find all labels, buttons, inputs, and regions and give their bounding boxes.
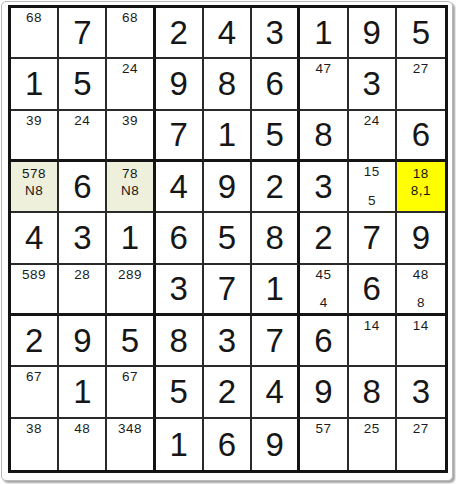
cell-value: 1 xyxy=(59,367,105,416)
cell-value: 6 xyxy=(252,59,297,108)
cell-value: 7 xyxy=(156,111,202,159)
cell-r9c9[interactable]: 27 xyxy=(397,419,445,470)
cell-r8c3[interactable]: 67 xyxy=(107,367,155,418)
pencil-mark-lines: 578 N8 xyxy=(11,165,57,199)
cell-r1c4[interactable]: 2 xyxy=(156,8,204,59)
pencil-mark-top: 24 xyxy=(349,113,395,128)
cell-r4c7[interactable]: 3 xyxy=(300,162,348,213)
cell-value: 6 xyxy=(204,419,250,470)
cell-value: 4 xyxy=(204,8,250,57)
cell-value: 1 xyxy=(204,111,250,159)
pencil-mark-top: 68 xyxy=(107,10,152,25)
cell-r6c6[interactable]: 1 xyxy=(252,265,300,316)
pencil-mark-top: 39 xyxy=(107,113,152,128)
cell-r7c7[interactable]: 6 xyxy=(300,316,348,367)
cell-r8c1[interactable]: 67 xyxy=(11,367,59,418)
cell-value: 1 xyxy=(107,213,152,262)
cell-r5c4[interactable]: 6 xyxy=(156,213,204,264)
cell-r6c3[interactable]: 289 xyxy=(107,265,155,316)
pencil-mark-lines: 78 N8 xyxy=(107,165,152,199)
cell-r7c6[interactable]: 7 xyxy=(252,316,300,367)
cell-r6c5[interactable]: 7 xyxy=(204,265,252,316)
cell-r5c6[interactable]: 8 xyxy=(252,213,300,264)
cell-value: 3 xyxy=(349,59,395,108)
pencil-mark-top: 48 xyxy=(397,267,445,282)
cell-r8c7[interactable]: 9 xyxy=(300,367,348,418)
cell-value: 3 xyxy=(252,8,297,57)
cell-value: 5 xyxy=(107,316,152,365)
cell-value: 2 xyxy=(300,213,346,262)
cell-value: 3 xyxy=(59,213,105,262)
cell-r5c7[interactable]: 2 xyxy=(300,213,348,264)
cell-value: 8 xyxy=(300,111,346,159)
cell-r7c9[interactable]: 14 xyxy=(397,316,445,367)
cell-value: 9 xyxy=(204,162,250,211)
cell-r9c8[interactable]: 25 xyxy=(349,419,397,470)
cell-r1c1[interactable]: 68 xyxy=(11,8,59,59)
pencil-mark-bottom: 4 xyxy=(300,295,346,310)
cell-value: 2 xyxy=(156,8,202,57)
cell-value: 3 xyxy=(204,316,250,365)
cell-value: 9 xyxy=(156,59,202,108)
cell-value: 3 xyxy=(156,265,202,313)
cell-value: 5 xyxy=(59,59,105,108)
cell-value: 5 xyxy=(252,111,297,159)
cell-r8c8[interactable]: 8 xyxy=(349,367,397,418)
cell-value: 9 xyxy=(300,367,346,416)
pencil-mark-top: 25 xyxy=(349,421,395,436)
cell-r9c4[interactable]: 1 xyxy=(156,419,204,470)
cell-r2c1[interactable]: 1 xyxy=(11,59,59,110)
cell-r3c9[interactable]: 6 xyxy=(397,111,445,162)
screenshot-frame: 687682431951524986473273924397158246578 … xyxy=(1,1,453,481)
cell-r8c2[interactable]: 1 xyxy=(59,367,107,418)
cell-value: 1 xyxy=(156,419,202,470)
cell-value: 9 xyxy=(59,316,105,365)
cell-r6c7[interactable]: 454 xyxy=(300,265,348,316)
cell-value: 4 xyxy=(156,162,202,211)
pencil-mark-top: 589 xyxy=(11,267,57,282)
cell-r1c6[interactable]: 3 xyxy=(252,8,300,59)
cell-r1c7[interactable]: 1 xyxy=(300,8,348,59)
cell-r3c7[interactable]: 8 xyxy=(300,111,348,162)
pencil-mark-top: 348 xyxy=(107,421,152,436)
pencil-mark-top: 67 xyxy=(11,369,57,384)
cell-r7c3[interactable]: 5 xyxy=(107,316,155,367)
cell-r1c8[interactable]: 9 xyxy=(349,8,397,59)
pencil-mark-top: 47 xyxy=(300,61,346,76)
cell-value: 1 xyxy=(300,8,346,57)
cell-r6c1[interactable]: 589 xyxy=(11,265,59,316)
cell-r2c4[interactable]: 9 xyxy=(156,59,204,110)
pencil-mark-top: 27 xyxy=(397,61,445,76)
cell-r5c3[interactable]: 1 xyxy=(107,213,155,264)
cell-r7c8[interactable]: 14 xyxy=(349,316,397,367)
cell-r4c4[interactable]: 4 xyxy=(156,162,204,213)
cell-value: 8 xyxy=(156,316,202,365)
cell-r3c3[interactable]: 39 xyxy=(107,111,155,162)
cell-value: 5 xyxy=(156,367,202,416)
pencil-mark-lines: 18 8,1 xyxy=(397,165,445,199)
cell-r9c1[interactable]: 38 xyxy=(11,419,59,470)
cell-r4c1[interactable]: 578 N8 xyxy=(11,162,59,213)
cell-value: 9 xyxy=(349,8,395,57)
cell-r5c9[interactable]: 9 xyxy=(397,213,445,264)
cell-r3c2[interactable]: 24 xyxy=(59,111,107,162)
cell-value: 6 xyxy=(59,162,105,211)
cell-value: 5 xyxy=(204,213,250,262)
cell-value: 9 xyxy=(252,419,297,470)
cell-r3c5[interactable]: 1 xyxy=(204,111,252,162)
cell-r5c5[interactable]: 5 xyxy=(204,213,252,264)
pencil-mark-top: 48 xyxy=(59,421,105,436)
cell-r6c2[interactable]: 28 xyxy=(59,265,107,316)
cell-value: 2 xyxy=(204,367,250,416)
cell-r2c8[interactable]: 3 xyxy=(349,59,397,110)
cell-value: 7 xyxy=(252,316,297,365)
cell-value: 1 xyxy=(11,59,57,108)
cell-r2c2[interactable]: 5 xyxy=(59,59,107,110)
pencil-mark-top: 24 xyxy=(107,61,152,76)
sudoku-board: 687682431951524986473273924397158246578 … xyxy=(8,5,448,473)
pencil-mark-top: 28 xyxy=(59,267,105,282)
cell-value: 2 xyxy=(11,316,57,365)
cell-r9c2[interactable]: 48 xyxy=(59,419,107,470)
cell-r4c6[interactable]: 2 xyxy=(252,162,300,213)
cell-r6c8[interactable]: 6 xyxy=(349,265,397,316)
pencil-mark-top: 45 xyxy=(300,267,346,282)
pencil-mark-bottom: 5 xyxy=(349,193,395,208)
cell-r4c2[interactable]: 6 xyxy=(59,162,107,213)
cell-value: 6 xyxy=(156,213,202,262)
cell-r8c9[interactable]: 3 xyxy=(397,367,445,418)
cell-r9c3[interactable]: 348 xyxy=(107,419,155,470)
pencil-mark-top: 24 xyxy=(59,113,105,128)
cell-r5c8[interactable]: 7 xyxy=(349,213,397,264)
cell-r8c4[interactable]: 5 xyxy=(156,367,204,418)
cell-r1c5[interactable]: 4 xyxy=(204,8,252,59)
cell-r1c3[interactable]: 68 xyxy=(107,8,155,59)
cell-r3c8[interactable]: 24 xyxy=(349,111,397,162)
cell-value: 7 xyxy=(204,265,250,313)
cell-value: 8 xyxy=(204,59,250,108)
pencil-mark-top: 68 xyxy=(11,10,57,25)
cell-r9c7[interactable]: 57 xyxy=(300,419,348,470)
pencil-mark-top: 27 xyxy=(397,421,445,436)
cell-value: 5 xyxy=(397,8,445,57)
cell-r8c6[interactable]: 4 xyxy=(252,367,300,418)
cell-r2c7[interactable]: 47 xyxy=(300,59,348,110)
pencil-mark-top: 57 xyxy=(300,421,346,436)
cell-r4c5[interactable]: 9 xyxy=(204,162,252,213)
cell-r6c9[interactable]: 488 xyxy=(397,265,445,316)
cell-r2c3[interactable]: 24 xyxy=(107,59,155,110)
cell-r4c9[interactable]: 18 8,1 xyxy=(397,162,445,213)
cell-r3c1[interactable]: 39 xyxy=(11,111,59,162)
pencil-mark-bottom: 8 xyxy=(397,295,445,310)
cell-r7c1[interactable]: 2 xyxy=(11,316,59,367)
cell-value: 8 xyxy=(252,213,297,262)
cell-value: 4 xyxy=(11,213,57,262)
cell-value: 1 xyxy=(252,265,297,313)
pencil-mark-top: 14 xyxy=(397,318,445,333)
cell-value: 3 xyxy=(397,367,445,416)
cell-r1c2[interactable]: 7 xyxy=(59,8,107,59)
pencil-mark-top: 289 xyxy=(107,267,152,282)
cell-r3c4[interactable]: 7 xyxy=(156,111,204,162)
cell-r7c4[interactable]: 8 xyxy=(156,316,204,367)
cell-value: 9 xyxy=(397,213,445,262)
cell-value: 4 xyxy=(252,367,297,416)
cell-value: 7 xyxy=(349,213,395,262)
cell-r4c3[interactable]: 78 N8 xyxy=(107,162,155,213)
cell-r1c9[interactable]: 5 xyxy=(397,8,445,59)
pencil-mark-top: 14 xyxy=(349,318,395,333)
cell-r7c2[interactable]: 9 xyxy=(59,316,107,367)
cell-r2c6[interactable]: 6 xyxy=(252,59,300,110)
cell-r7c5[interactable]: 3 xyxy=(204,316,252,367)
cell-r3c6[interactable]: 5 xyxy=(252,111,300,162)
cell-value: 3 xyxy=(300,162,346,211)
cell-value: 2 xyxy=(252,162,297,211)
cell-r4c8[interactable]: 155 xyxy=(349,162,397,213)
cell-r6c4[interactable]: 3 xyxy=(156,265,204,316)
cell-value: 8 xyxy=(349,367,395,416)
cell-r5c2[interactable]: 3 xyxy=(59,213,107,264)
pencil-mark-top: 39 xyxy=(11,113,57,128)
cell-value: 6 xyxy=(397,111,445,159)
cell-r9c6[interactable]: 9 xyxy=(252,419,300,470)
cell-value: 6 xyxy=(349,265,395,313)
cell-r2c9[interactable]: 27 xyxy=(397,59,445,110)
cell-value: 7 xyxy=(59,8,105,57)
cell-r5c1[interactable]: 4 xyxy=(11,213,59,264)
cell-value: 6 xyxy=(300,316,346,365)
pencil-mark-top: 38 xyxy=(11,421,57,436)
pencil-mark-top: 15 xyxy=(349,164,395,179)
pencil-mark-top: 67 xyxy=(107,369,152,384)
cell-r8c5[interactable]: 2 xyxy=(204,367,252,418)
cell-r9c5[interactable]: 6 xyxy=(204,419,252,470)
cell-r2c5[interactable]: 8 xyxy=(204,59,252,110)
